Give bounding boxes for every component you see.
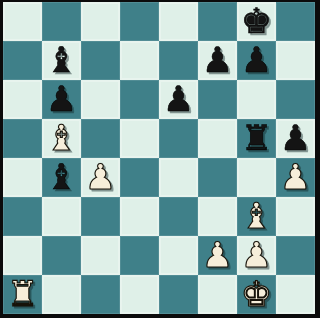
piece-black-king: ♚ — [241, 2, 272, 41]
square-f2[interactable]: ♟ — [198, 236, 237, 275]
square-e2[interactable] — [159, 236, 198, 275]
piece-black-bishop: ♝ — [46, 41, 77, 80]
square-g4[interactable] — [237, 158, 276, 197]
square-h3[interactable] — [276, 197, 315, 236]
square-b3[interactable] — [42, 197, 81, 236]
square-c1[interactable] — [81, 275, 120, 314]
square-d3[interactable] — [120, 197, 159, 236]
square-a8[interactable] — [3, 2, 42, 41]
square-c4[interactable]: ♟ — [81, 158, 120, 197]
square-e1[interactable] — [159, 275, 198, 314]
square-f6[interactable] — [198, 80, 237, 119]
square-g8[interactable]: ♚ — [237, 2, 276, 41]
piece-white-bishop: ♝ — [46, 119, 77, 158]
square-h2[interactable] — [276, 236, 315, 275]
piece-black-pawn: ♟ — [280, 119, 311, 158]
square-f5[interactable] — [198, 119, 237, 158]
square-b2[interactable] — [42, 236, 81, 275]
chess-diagram: ♚♝♟♟♟♟♝♜♟♝♟♟♝♟♟♜♚ — [0, 0, 320, 318]
piece-white-bishop: ♝ — [241, 197, 272, 236]
piece-black-pawn: ♟ — [202, 41, 233, 80]
square-b5[interactable]: ♝ — [42, 119, 81, 158]
square-b1[interactable] — [42, 275, 81, 314]
square-h7[interactable] — [276, 41, 315, 80]
square-f8[interactable] — [198, 2, 237, 41]
square-b8[interactable] — [42, 2, 81, 41]
square-g5[interactable]: ♜ — [237, 119, 276, 158]
piece-white-pawn: ♟ — [202, 236, 233, 275]
square-e4[interactable] — [159, 158, 198, 197]
piece-black-pawn: ♟ — [46, 80, 77, 119]
square-a4[interactable] — [3, 158, 42, 197]
square-d5[interactable] — [120, 119, 159, 158]
chess-board: ♚♝♟♟♟♟♝♜♟♝♟♟♝♟♟♜♚ — [3, 2, 315, 314]
square-e5[interactable] — [159, 119, 198, 158]
square-f4[interactable] — [198, 158, 237, 197]
square-d4[interactable] — [120, 158, 159, 197]
square-c6[interactable] — [81, 80, 120, 119]
square-a6[interactable] — [3, 80, 42, 119]
square-h6[interactable] — [276, 80, 315, 119]
square-f3[interactable] — [198, 197, 237, 236]
square-g1[interactable]: ♚ — [237, 275, 276, 314]
piece-white-pawn: ♟ — [280, 158, 311, 197]
square-h4[interactable]: ♟ — [276, 158, 315, 197]
square-d2[interactable] — [120, 236, 159, 275]
square-e8[interactable] — [159, 2, 198, 41]
square-f1[interactable] — [198, 275, 237, 314]
piece-white-pawn: ♟ — [85, 158, 116, 197]
square-h8[interactable] — [276, 2, 315, 41]
square-e3[interactable] — [159, 197, 198, 236]
piece-white-rook: ♜ — [7, 275, 38, 314]
square-g2[interactable]: ♟ — [237, 236, 276, 275]
square-c3[interactable] — [81, 197, 120, 236]
square-d8[interactable] — [120, 2, 159, 41]
square-c2[interactable] — [81, 236, 120, 275]
square-b4[interactable]: ♝ — [42, 158, 81, 197]
square-a2[interactable] — [3, 236, 42, 275]
piece-black-pawn: ♟ — [163, 80, 194, 119]
square-a5[interactable] — [3, 119, 42, 158]
square-e7[interactable] — [159, 41, 198, 80]
square-g7[interactable]: ♟ — [237, 41, 276, 80]
piece-black-rook: ♜ — [241, 119, 272, 158]
square-g6[interactable] — [237, 80, 276, 119]
square-b6[interactable]: ♟ — [42, 80, 81, 119]
square-d6[interactable] — [120, 80, 159, 119]
piece-white-pawn: ♟ — [241, 236, 272, 275]
square-f7[interactable]: ♟ — [198, 41, 237, 80]
piece-black-pawn: ♟ — [241, 41, 272, 80]
square-c7[interactable] — [81, 41, 120, 80]
square-g3[interactable]: ♝ — [237, 197, 276, 236]
square-h1[interactable] — [276, 275, 315, 314]
square-d1[interactable] — [120, 275, 159, 314]
piece-black-bishop: ♝ — [46, 158, 77, 197]
square-h5[interactable]: ♟ — [276, 119, 315, 158]
square-a1[interactable]: ♜ — [3, 275, 42, 314]
square-e6[interactable]: ♟ — [159, 80, 198, 119]
square-c8[interactable] — [81, 2, 120, 41]
square-a7[interactable] — [3, 41, 42, 80]
square-d7[interactable] — [120, 41, 159, 80]
square-a3[interactable] — [3, 197, 42, 236]
piece-white-king: ♚ — [241, 275, 272, 314]
square-b7[interactable]: ♝ — [42, 41, 81, 80]
square-c5[interactable] — [81, 119, 120, 158]
